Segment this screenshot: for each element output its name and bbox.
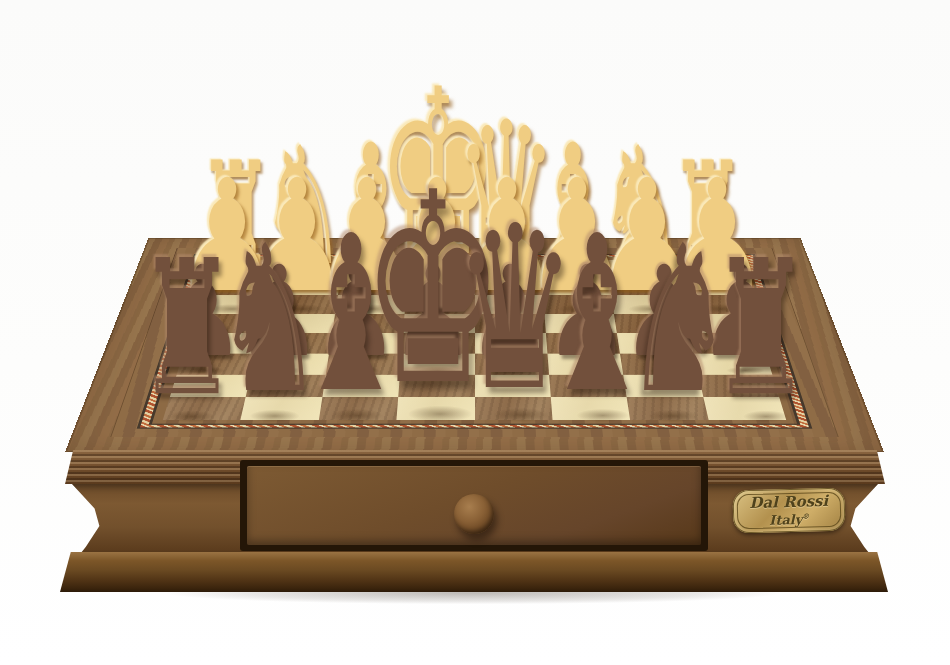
board-square (608, 277, 679, 295)
board-square (322, 375, 400, 397)
board-square (617, 333, 693, 353)
board-square (688, 333, 765, 353)
board-square (611, 295, 684, 314)
board-square (195, 295, 269, 314)
board-square (189, 314, 265, 333)
board-surface (110, 248, 839, 437)
board-square (620, 353, 698, 374)
board-square (547, 353, 623, 374)
board-square (400, 353, 474, 374)
board-square (672, 260, 743, 277)
board-square (163, 397, 246, 420)
board-frame (65, 238, 884, 452)
board-square (402, 333, 475, 353)
board-square (177, 353, 256, 374)
board-square (544, 314, 617, 333)
board-square (606, 260, 676, 277)
board-square (207, 260, 278, 277)
board-square (546, 333, 620, 353)
board-square (335, 295, 406, 314)
board-square (475, 375, 551, 397)
board-square (614, 314, 688, 333)
board-square (251, 353, 329, 374)
board-square (398, 375, 474, 397)
registered-mark: ® (802, 511, 809, 520)
board-square (675, 277, 747, 295)
board-square (684, 314, 760, 333)
board-square (405, 295, 475, 314)
board-square (475, 397, 553, 420)
chess-board (163, 260, 786, 420)
board-square (246, 375, 326, 397)
board-square (170, 375, 251, 397)
board-square (623, 375, 703, 397)
board-square (326, 353, 402, 374)
base-molding (60, 552, 888, 592)
board-square (332, 314, 405, 333)
board-square (540, 260, 608, 277)
plaque-line-1: Dal Rossi (749, 493, 828, 511)
board-square (319, 397, 399, 420)
board-square (274, 260, 344, 277)
board-inner-margin (152, 257, 797, 423)
board-square (406, 277, 474, 295)
board-square (338, 277, 408, 295)
board-square (543, 295, 614, 314)
mosaic-border (137, 254, 813, 429)
board-square (703, 397, 786, 420)
brass-plaque: Dal Rossi Italy® (732, 488, 845, 534)
board-square (183, 333, 260, 353)
board-square (475, 277, 543, 295)
board-square (256, 333, 332, 353)
board-square (397, 397, 475, 420)
board-square (475, 333, 548, 353)
board-square (269, 277, 340, 295)
board-square (329, 333, 403, 353)
board-square (408, 260, 475, 277)
board-square (475, 260, 542, 277)
board-square (541, 277, 611, 295)
board-square (261, 314, 335, 333)
drawer-knob (454, 494, 494, 534)
board-square (549, 375, 627, 397)
board-square (341, 260, 409, 277)
board-square (201, 277, 273, 295)
board-square (698, 375, 779, 397)
board-square (241, 397, 322, 420)
board-square (475, 295, 545, 314)
board-square (693, 353, 772, 374)
board-square (265, 295, 338, 314)
board-square (551, 397, 631, 420)
plaque-line-2: Italy® (769, 509, 809, 527)
board-square (627, 397, 708, 420)
board-square (403, 314, 474, 333)
board-square (475, 353, 549, 374)
product-photo-scene: Dal Rossi Italy® ♜♞♝♚♛♝♞♜♟♟♟♟♟♟♟♟♟♟♟♟♟♟♟… (0, 0, 950, 665)
board-square (680, 295, 754, 314)
board-square (475, 314, 546, 333)
